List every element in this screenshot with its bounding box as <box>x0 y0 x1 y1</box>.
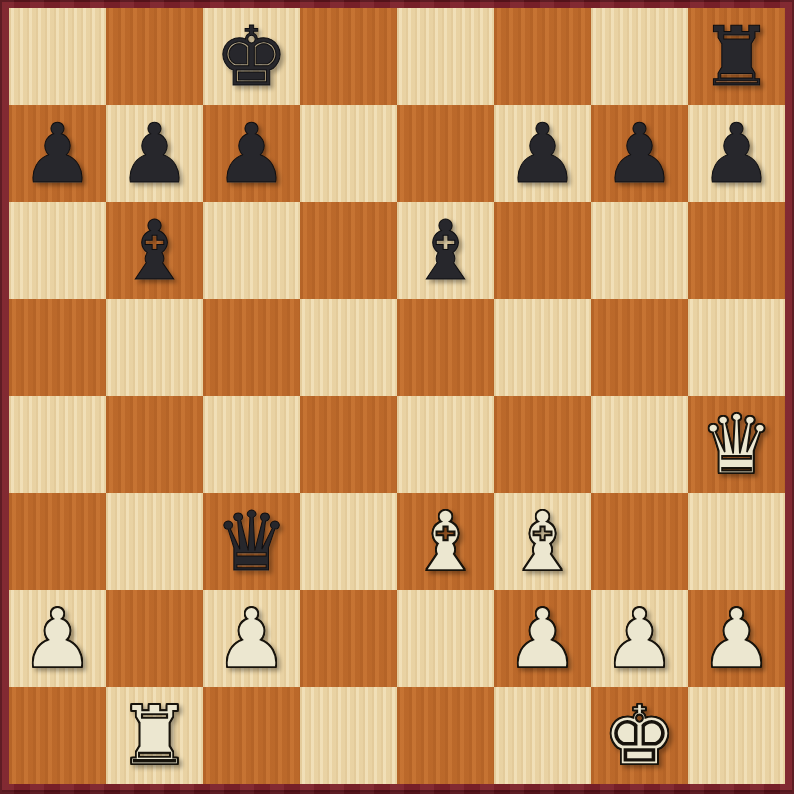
square-d6[interactable] <box>300 202 397 299</box>
square-g2[interactable]: ♟ <box>591 590 688 687</box>
square-d5[interactable] <box>300 299 397 396</box>
square-h5[interactable] <box>688 299 785 396</box>
square-f7[interactable]: ♟ <box>494 105 591 202</box>
square-b1[interactable]: ♜ <box>106 687 203 784</box>
piece-black-pawn[interactable]: ♟ <box>506 105 580 202</box>
square-a5[interactable] <box>9 299 106 396</box>
square-h4[interactable]: ♛ <box>688 396 785 493</box>
square-d1[interactable] <box>300 687 397 784</box>
piece-black-pawn[interactable]: ♟ <box>21 105 95 202</box>
square-e6[interactable]: ♝ <box>397 202 494 299</box>
square-d3[interactable] <box>300 493 397 590</box>
piece-white-pawn[interactable]: ♟ <box>215 590 289 687</box>
square-c3[interactable]: ♛ <box>203 493 300 590</box>
square-e8[interactable] <box>397 8 494 105</box>
square-b4[interactable] <box>106 396 203 493</box>
square-a2[interactable]: ♟ <box>9 590 106 687</box>
square-b6[interactable]: ♝ <box>106 202 203 299</box>
square-c1[interactable] <box>203 687 300 784</box>
square-b8[interactable] <box>106 8 203 105</box>
piece-white-bishop[interactable]: ♝ <box>506 493 580 590</box>
piece-white-pawn[interactable]: ♟ <box>21 590 95 687</box>
piece-white-rook[interactable]: ♜ <box>118 687 192 784</box>
piece-white-king[interactable]: ♚ <box>603 687 677 784</box>
square-b7[interactable]: ♟ <box>106 105 203 202</box>
piece-white-pawn[interactable]: ♟ <box>700 590 774 687</box>
square-c8[interactable]: ♚ <box>203 8 300 105</box>
square-c7[interactable]: ♟ <box>203 105 300 202</box>
piece-white-queen[interactable]: ♛ <box>700 396 774 493</box>
square-g7[interactable]: ♟ <box>591 105 688 202</box>
square-c4[interactable] <box>203 396 300 493</box>
square-h7[interactable]: ♟ <box>688 105 785 202</box>
square-a7[interactable]: ♟ <box>9 105 106 202</box>
square-h8[interactable]: ♜ <box>688 8 785 105</box>
square-e4[interactable] <box>397 396 494 493</box>
square-d2[interactable] <box>300 590 397 687</box>
square-g8[interactable] <box>591 8 688 105</box>
square-f5[interactable] <box>494 299 591 396</box>
square-c5[interactable] <box>203 299 300 396</box>
square-f1[interactable] <box>494 687 591 784</box>
square-a1[interactable] <box>9 687 106 784</box>
piece-white-bishop[interactable]: ♝ <box>409 493 483 590</box>
square-g1[interactable]: ♚ <box>591 687 688 784</box>
square-a8[interactable] <box>9 8 106 105</box>
square-h3[interactable] <box>688 493 785 590</box>
piece-black-rook[interactable]: ♜ <box>700 8 774 105</box>
square-a4[interactable] <box>9 396 106 493</box>
square-d8[interactable] <box>300 8 397 105</box>
square-f4[interactable] <box>494 396 591 493</box>
square-h6[interactable] <box>688 202 785 299</box>
piece-black-king[interactable]: ♚ <box>215 8 289 105</box>
piece-black-pawn[interactable]: ♟ <box>118 105 192 202</box>
square-f3[interactable]: ♝ <box>494 493 591 590</box>
square-c6[interactable] <box>203 202 300 299</box>
square-h1[interactable] <box>688 687 785 784</box>
square-b5[interactable] <box>106 299 203 396</box>
chess-board: ♚♜♟♟♟♟♟♟♝♝♛♛♝♝♟♟♟♟♟♜♚ <box>9 8 785 784</box>
square-g5[interactable] <box>591 299 688 396</box>
square-b3[interactable] <box>106 493 203 590</box>
square-g3[interactable] <box>591 493 688 590</box>
square-f2[interactable]: ♟ <box>494 590 591 687</box>
piece-black-bishop[interactable]: ♝ <box>409 202 483 299</box>
square-f8[interactable] <box>494 8 591 105</box>
piece-black-pawn[interactable]: ♟ <box>700 105 774 202</box>
square-g4[interactable] <box>591 396 688 493</box>
piece-black-pawn[interactable]: ♟ <box>215 105 289 202</box>
square-g6[interactable] <box>591 202 688 299</box>
square-d4[interactable] <box>300 396 397 493</box>
piece-white-pawn[interactable]: ♟ <box>506 590 580 687</box>
piece-white-pawn[interactable]: ♟ <box>603 590 677 687</box>
square-a6[interactable] <box>9 202 106 299</box>
square-e7[interactable] <box>397 105 494 202</box>
square-b2[interactable] <box>106 590 203 687</box>
piece-black-pawn[interactable]: ♟ <box>603 105 677 202</box>
square-c2[interactable]: ♟ <box>203 590 300 687</box>
piece-black-queen[interactable]: ♛ <box>215 493 289 590</box>
square-h2[interactable]: ♟ <box>688 590 785 687</box>
square-e1[interactable] <box>397 687 494 784</box>
square-f6[interactable] <box>494 202 591 299</box>
piece-black-bishop[interactable]: ♝ <box>118 202 192 299</box>
square-d7[interactable] <box>300 105 397 202</box>
square-a3[interactable] <box>9 493 106 590</box>
board-frame: ♚♜♟♟♟♟♟♟♝♝♛♛♝♝♟♟♟♟♟♜♚ <box>0 0 794 794</box>
square-e5[interactable] <box>397 299 494 396</box>
square-e3[interactable]: ♝ <box>397 493 494 590</box>
square-e2[interactable] <box>397 590 494 687</box>
